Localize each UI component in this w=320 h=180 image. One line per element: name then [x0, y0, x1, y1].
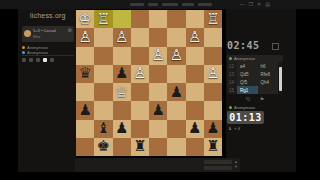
white-pawn[interactable]: ♙ [78, 30, 91, 45]
material-value: +3 [233, 126, 240, 131]
bottom-item-placeholder[interactable] [204, 160, 232, 164]
gear-icon[interactable]: ⚙ [68, 28, 72, 33]
square-e8[interactable]: ♜ [131, 138, 149, 156]
square-b7[interactable]: ♟ [186, 120, 204, 138]
square-e1[interactable] [131, 10, 149, 28]
move-white[interactable]: Qd5 [237, 70, 258, 78]
move-black[interactable]: Qh4 [258, 78, 279, 86]
square-f8[interactable] [113, 138, 131, 156]
square-b2[interactable]: ♙ [186, 28, 204, 46]
square-a2[interactable] [204, 28, 222, 46]
square-f7[interactable]: ♟ [113, 120, 131, 138]
white-queen[interactable]: ♕ [115, 85, 128, 100]
square-e2[interactable] [131, 28, 149, 46]
bottom-player-name[interactable]: Anonymous [234, 105, 255, 110]
square-e4[interactable]: ♙ [131, 65, 149, 83]
player-dot-icon [22, 51, 25, 54]
square-a6[interactable] [204, 101, 222, 119]
black-pawn[interactable]: ♟ [206, 121, 219, 136]
move-white[interactable]: Qf5 [237, 78, 258, 86]
square-g3[interactable] [94, 47, 112, 65]
square-f4[interactable]: ♟ [113, 65, 131, 83]
speed-label: Blitz [33, 34, 41, 39]
square-e5[interactable] [131, 83, 149, 101]
square-a5[interactable] [204, 83, 222, 101]
black-bishop[interactable]: ♝ [97, 121, 110, 136]
captured-bishop-icon: ♝ [228, 126, 232, 131]
square-h5[interactable] [76, 83, 94, 101]
right-panel: 02:45 Anonymous 12a4h613Qd5Rfe814Qf5Qh41… [226, 9, 296, 172]
square-a3[interactable] [204, 47, 222, 65]
top-bar: — ❐ ✕ ▤ [0, 0, 320, 9]
square-g6[interactable] [94, 101, 112, 119]
draw-offer-button[interactable]: ½ [246, 96, 250, 102]
square-d4[interactable] [149, 65, 167, 83]
square-f5[interactable]: ♕ [113, 83, 131, 101]
square-f1[interactable] [113, 10, 131, 28]
square-c4[interactable] [167, 65, 185, 83]
square-h7[interactable] [76, 120, 94, 138]
move-number: 15 [227, 86, 237, 94]
move-black[interactable] [258, 86, 279, 94]
square-d1[interactable] [149, 10, 167, 28]
nav-placeholder[interactable] [198, 3, 212, 6]
scrollbar-thumb[interactable] [279, 67, 282, 91]
nav-placeholder[interactable] [148, 3, 158, 6]
square-d2[interactable] [149, 28, 167, 46]
square-c6[interactable] [167, 101, 185, 119]
time-control-label: 5+3 • Casual [33, 28, 56, 33]
player-dot-icon [22, 46, 25, 49]
tool-icon[interactable] [36, 58, 40, 62]
square-b8[interactable] [186, 138, 204, 156]
white-clock: 02:45 [227, 40, 260, 51]
tool-icon[interactable] [50, 58, 54, 62]
window-controls: — ❐ ✕ ▤ [240, 1, 270, 8]
lichess-game-page: — ❐ ✕ ▤ lichess.org 5+3 • Casual Blitz ⚙… [0, 0, 320, 180]
square-b1[interactable] [186, 10, 204, 28]
close-icon[interactable]: ✕ [257, 1, 261, 8]
sidebar-toolbar [22, 58, 54, 62]
move-number: 14 [227, 78, 237, 86]
black-queen[interactable]: ♛ [78, 66, 91, 81]
black-pawn[interactable]: ♟ [151, 103, 164, 118]
square-h8[interactable] [76, 138, 94, 156]
black-rook[interactable]: ♜ [206, 139, 219, 154]
black-pawn[interactable]: ♟ [170, 85, 183, 100]
square-b4[interactable] [186, 65, 204, 83]
square-c3[interactable]: ♙ [167, 47, 185, 65]
tool-icon-active[interactable] [43, 58, 47, 62]
square-h4[interactable]: ♛ [76, 65, 94, 83]
square-d6[interactable]: ♟ [149, 101, 167, 119]
black-king[interactable]: ♚ [97, 139, 110, 154]
square-a4[interactable]: ♙ [204, 65, 222, 83]
menu-icon[interactable]: ▤ [265, 1, 270, 8]
square-g5[interactable] [94, 83, 112, 101]
square-g2[interactable] [94, 28, 112, 46]
square-c5[interactable]: ♟ [167, 83, 185, 101]
black-pawn[interactable]: ♟ [78, 103, 91, 118]
square-d7[interactable] [149, 120, 167, 138]
square-c2[interactable] [167, 28, 185, 46]
move-black[interactable]: Rfe8 [258, 70, 279, 78]
square-c1[interactable] [167, 10, 185, 28]
square-d8[interactable] [149, 138, 167, 156]
square-e3[interactable] [131, 47, 149, 65]
black-rook[interactable]: ♜ [133, 139, 146, 154]
nav-placeholder[interactable] [182, 3, 194, 6]
divider [22, 55, 74, 56]
bottom-player-bar: Anonymous [227, 104, 283, 110]
white-pawn[interactable]: ♙ [188, 30, 201, 45]
white-pawn[interactable]: ♙ [170, 48, 183, 63]
white-king[interactable]: ♔ [78, 12, 91, 27]
material-advantage: ♝ +3 [228, 126, 240, 131]
square-d5[interactable] [149, 83, 167, 101]
black-pawn[interactable]: ♟ [115, 66, 128, 81]
white-pawn[interactable]: ♙ [206, 66, 219, 81]
online-dot-icon [229, 106, 232, 109]
white-pawn[interactable]: ♙ [115, 30, 128, 45]
square-h3[interactable] [76, 47, 94, 65]
square-h6[interactable]: ♟ [76, 101, 94, 119]
bottom-item-placeholder[interactable] [204, 166, 232, 170]
square-c7[interactable] [167, 120, 185, 138]
square-b3[interactable] [186, 47, 204, 65]
game-type-icon [24, 30, 31, 37]
black-pawn[interactable]: ♟ [188, 121, 201, 136]
square-f6[interactable] [113, 101, 131, 119]
square-e6[interactable] [131, 101, 149, 119]
square-a8[interactable]: ♜ [204, 138, 222, 156]
square-h1[interactable]: ♔ [76, 10, 94, 28]
tool-icon[interactable] [29, 58, 33, 62]
square-d3[interactable]: ♙ [149, 47, 167, 65]
top-player-name[interactable]: Anonymous [234, 56, 255, 61]
minimize-icon[interactable]: — [240, 1, 245, 8]
move-number: 13 [227, 70, 237, 78]
white-pawn[interactable]: ♙ [133, 66, 146, 81]
square-c8[interactable] [167, 138, 185, 156]
online-dot-icon [229, 57, 232, 60]
square-e7[interactable] [131, 120, 149, 138]
chevron-down-icon[interactable]: ▼ [234, 164, 238, 169]
move-number: 12 [227, 62, 237, 70]
square-g7[interactable]: ♝ [94, 120, 112, 138]
square-b5[interactable] [186, 83, 204, 101]
white-rook[interactable]: ♖ [97, 12, 110, 27]
bottom-panel: ▲ ▼ [75, 158, 240, 172]
square-h2[interactable]: ♙ [76, 28, 94, 46]
move-list[interactable]: 12a4h613Qd5Rfe814Qf5Qh415Rg1 [227, 62, 278, 94]
move-white[interactable]: a4 [237, 62, 258, 70]
white-rook[interactable]: ♖ [206, 12, 219, 27]
game-action-buttons: ½ ⚑ [227, 95, 283, 103]
square-a7[interactable]: ♟ [204, 120, 222, 138]
black-clock-active: 01:13 [227, 111, 264, 124]
game-info-box: 5+3 • Casual Blitz ⚙ [22, 26, 74, 42]
nav-placeholder[interactable] [162, 3, 178, 6]
black-pawn[interactable]: ♟ [115, 121, 128, 136]
square-f2[interactable]: ♙ [113, 28, 131, 46]
square-a1[interactable]: ♖ [204, 10, 222, 28]
nav-placeholder[interactable] [130, 3, 144, 6]
move-white[interactable]: Rg1 [237, 86, 258, 94]
square-g4[interactable] [94, 65, 112, 83]
chess-board[interactable]: ♔♖♖♙♙♙♙♙♛♟♙♙♕♟♟♟♝♟♟♟♚♜♜ [76, 10, 222, 156]
square-b6[interactable] [186, 101, 204, 119]
tool-icon[interactable] [22, 58, 26, 62]
move-black[interactable]: h6 [258, 62, 279, 70]
left-sidebar: lichess.org 5+3 • Casual Blitz ⚙ Anonymo… [18, 9, 76, 172]
top-player-bar: Anonymous [227, 55, 283, 62]
board-menu-icon[interactable] [272, 43, 279, 50]
square-g8[interactable]: ♚ [94, 138, 112, 156]
lichess-logo[interactable]: lichess.org [30, 12, 66, 19]
scroll-arrows: ▲ ▼ [234, 159, 238, 169]
maximize-icon[interactable]: ❐ [249, 1, 253, 8]
white-pawn[interactable]: ♙ [151, 48, 164, 63]
square-f3[interactable] [113, 47, 131, 65]
resign-button[interactable]: ⚑ [260, 96, 264, 102]
square-g1[interactable]: ♖ [94, 10, 112, 28]
